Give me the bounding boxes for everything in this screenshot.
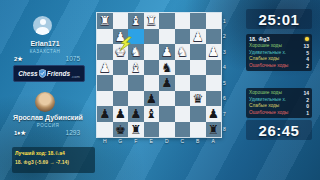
square-g4[interactable]: [113, 60, 129, 76]
square-c3[interactable]: ♞: [175, 44, 191, 60]
rank-label-2: 2: [223, 29, 226, 45]
square-d8[interactable]: [159, 122, 175, 138]
square-e1[interactable]: ♜: [144, 13, 160, 29]
file-label-f: F: [128, 138, 144, 144]
person-icon: [40, 19, 46, 25]
rank-label-1: 1: [223, 13, 226, 29]
stat-label: Ошибочные ходы: [249, 63, 288, 70]
piece-bB: ♝: [146, 106, 157, 122]
file-label-h: H: [97, 138, 113, 144]
square-a2[interactable]: [206, 29, 222, 45]
square-a6[interactable]: [206, 91, 222, 107]
rank-label-7: 7: [223, 106, 226, 122]
rank-label-4: 4: [223, 60, 226, 76]
avatar-bottom-player[interactable]: [35, 92, 55, 112]
square-a8[interactable]: ♜: [206, 122, 222, 138]
top-player-rating: 1075: [66, 55, 80, 62]
square-h1[interactable]: ♜: [97, 13, 113, 29]
square-d3[interactable]: ♟: [159, 44, 175, 60]
square-a5[interactable]: [206, 75, 222, 91]
rank-coordinates: 12345678: [223, 13, 226, 137]
stat-row: Ошибочные ходы2: [249, 63, 309, 70]
square-b7[interactable]: [190, 106, 206, 122]
piece-bP: ♟: [208, 106, 219, 122]
top-player-name[interactable]: Erlan171: [5, 40, 85, 47]
square-h8[interactable]: [97, 122, 113, 138]
top-player-country: КАЗАХСТАН: [5, 49, 85, 54]
piece-bP: ♟: [130, 106, 141, 122]
piece-bP: ♟: [115, 106, 126, 122]
square-g7[interactable]: ♟: [113, 106, 129, 122]
bottom-player-country: РОССИЯ: [3, 123, 93, 128]
stat-label: Ошибочные ходы: [249, 110, 288, 117]
square-f1[interactable]: ♝: [128, 13, 144, 29]
piece-bN: ♞: [161, 60, 172, 76]
piece-bR: ♜: [208, 122, 219, 138]
bottom-player-stars-badge: 1♦★: [14, 129, 26, 136]
square-f6[interactable]: [128, 91, 144, 107]
square-e3[interactable]: [144, 44, 160, 60]
square-h2[interactable]: [97, 29, 113, 45]
piece-wP: ♟: [208, 44, 219, 60]
square-f5[interactable]: [128, 75, 144, 91]
piece-wB: ♝: [130, 13, 141, 29]
square-g1[interactable]: [113, 13, 129, 29]
stat-value: 1: [306, 110, 309, 117]
square-c7[interactable]: [175, 106, 191, 122]
square-d4[interactable]: ♞: [159, 60, 175, 76]
logo-text-friends: Friends: [47, 70, 70, 77]
rank-label-8: 8: [223, 122, 226, 138]
square-e4[interactable]: [144, 60, 160, 76]
engine-analysis-box: Лучший ход: 18.♘a4 18. ♔g3 (-5.69 → -7.1…: [12, 147, 95, 173]
square-e6[interactable]: ♟: [144, 91, 160, 107]
bottom-move-stats-panel: Хорошие ходы14Удивительные х.2Слабые ход…: [246, 88, 312, 118]
best-move-text: Лучший ход: 18.♘a4: [15, 149, 92, 158]
square-h3[interactable]: [97, 44, 113, 60]
square-b2[interactable]: ♟: [190, 29, 206, 45]
square-f4[interactable]: ♝: [128, 60, 144, 76]
piece-bR: ♜: [130, 122, 141, 138]
square-c2[interactable]: [175, 29, 191, 45]
move-spark-icon: [119, 36, 132, 52]
square-c6[interactable]: [175, 91, 191, 107]
last-move-label: 18. ♔g3: [249, 36, 270, 42]
square-a1[interactable]: [206, 13, 222, 29]
rank-label-6: 6: [223, 91, 226, 107]
piece-bP: ♟: [146, 91, 157, 107]
file-label-c: C: [175, 138, 191, 144]
square-a3[interactable]: ♟: [206, 44, 222, 60]
logo-text-chess: Chess: [18, 70, 38, 77]
square-e5[interactable]: [144, 75, 160, 91]
square-c8[interactable]: [175, 122, 191, 138]
piece-wR: ♜: [146, 13, 157, 29]
chess-board: ♜♝♜♟♟♚♞♟♞♟♟♝♞♟♟♛♟♟♟♝♟♚♜♜: [97, 13, 221, 137]
square-b5[interactable]: [190, 75, 206, 91]
square-d6[interactable]: [159, 91, 175, 107]
square-f8[interactable]: ♜: [128, 122, 144, 138]
square-b6[interactable]: ♛: [190, 91, 206, 107]
square-h6[interactable]: [97, 91, 113, 107]
square-d5[interactable]: ♟: [159, 75, 175, 91]
piece-bK: ♚: [115, 122, 126, 138]
file-label-g: G: [113, 138, 129, 144]
square-a7[interactable]: ♟: [206, 106, 222, 122]
square-a4[interactable]: [206, 60, 222, 76]
bottom-player-name[interactable]: Ярослав Дубинский: [3, 114, 93, 121]
square-h7[interactable]: ♟: [97, 106, 113, 122]
piece-wP: ♟: [99, 60, 110, 76]
file-label-e: E: [144, 138, 160, 144]
file-label-d: D: [159, 138, 175, 144]
top-player-stars-badge: 2★: [14, 55, 23, 62]
rank-label-3: 3: [223, 44, 226, 60]
move-quality-dot-icon: [305, 37, 309, 41]
shield-icon: [39, 69, 46, 78]
square-g5[interactable]: [113, 75, 129, 91]
piece-bP: ♟: [99, 106, 110, 122]
square-b3[interactable]: [190, 44, 206, 60]
piece-wP: ♟: [192, 29, 203, 45]
square-f7[interactable]: ♟: [128, 106, 144, 122]
bottom-player-rating: 1293: [66, 129, 80, 136]
file-label-a: A: [206, 138, 222, 144]
piece-wN: ♞: [177, 44, 188, 60]
piece-bQ: ♛: [192, 91, 203, 107]
square-b4[interactable]: [190, 60, 206, 76]
piece-bP: ♟: [161, 75, 172, 91]
square-c1[interactable]: [175, 13, 191, 29]
top-player-clock: 25:01: [246, 11, 312, 28]
piece-wR: ♜: [99, 13, 110, 29]
piece-wB: ♝: [130, 60, 141, 76]
square-c5[interactable]: [175, 75, 191, 91]
avatar-top-player[interactable]: [33, 16, 52, 35]
chessfriends-logo[interactable]: Chess Friends .com: [13, 65, 85, 82]
file-label-b: B: [190, 138, 206, 144]
square-b8[interactable]: [190, 122, 206, 138]
square-h4[interactable]: ♟: [97, 60, 113, 76]
square-g8[interactable]: ♚: [113, 122, 129, 138]
square-e7[interactable]: ♝: [144, 106, 160, 122]
square-c4[interactable]: [175, 60, 191, 76]
rank-label-5: 5: [223, 75, 226, 91]
square-e2[interactable]: [144, 29, 160, 45]
square-d7[interactable]: [159, 106, 175, 122]
played-move-eval-text: 18. ♔g3 (-5.69 → -7.14): [15, 158, 92, 167]
file-coordinates: HGFEDCBA: [97, 138, 221, 144]
bottom-player-clock: 26:45: [246, 122, 312, 139]
square-h5[interactable]: [97, 75, 113, 91]
square-d1[interactable]: [159, 13, 175, 29]
top-move-stats-panel: 18. ♔g3 Хорошие ходы13Удивительные х.5Сл…: [246, 34, 312, 71]
piece-wP: ♟: [161, 44, 172, 60]
app-window: Erlan171 КАЗАХСТАН 2★ 1075 Chess Friends…: [0, 0, 320, 180]
logo-text-com: .com: [71, 74, 80, 79]
square-b1[interactable]: [190, 13, 206, 29]
square-d2[interactable]: [159, 29, 175, 45]
square-e8[interactable]: [144, 122, 160, 138]
stat-value: 2: [306, 63, 309, 70]
stat-row: Ошибочные ходы1: [249, 110, 309, 117]
square-g6[interactable]: [113, 91, 129, 107]
